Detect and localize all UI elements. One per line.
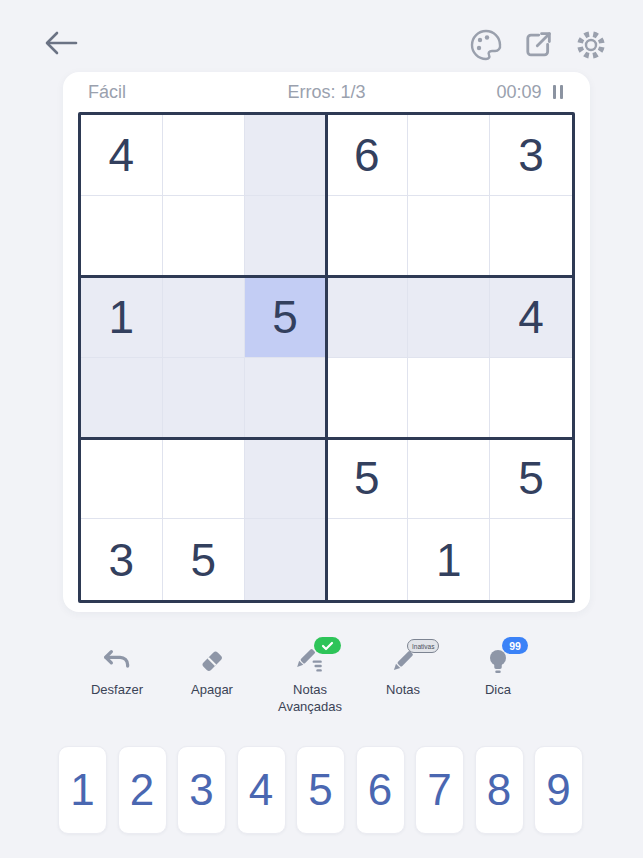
cell-r4c4[interactable] [327, 358, 409, 439]
tool-label: Dica [485, 681, 511, 698]
cell-r4c3[interactable] [245, 358, 327, 439]
game-card: Fácil Erros: 1/3 00:09 46315455351 [63, 72, 590, 612]
cell-r3c2[interactable] [163, 277, 245, 358]
cell-r3c5[interactable] [408, 277, 490, 358]
sudoku-board: 46315455351 [78, 112, 575, 603]
back-arrow-icon [42, 28, 80, 58]
share-button[interactable] [521, 28, 555, 62]
key-4[interactable]: 4 [237, 746, 286, 834]
cell-r1c1[interactable]: 4 [81, 115, 163, 196]
cell-r4c6[interactable] [490, 358, 572, 439]
cell-r5c6[interactable]: 5 [490, 438, 572, 519]
cell-r1c5[interactable] [408, 115, 490, 196]
key-1[interactable]: 1 [58, 746, 107, 834]
tool-label: Notas [386, 681, 420, 698]
difficulty-label: Fácil [88, 82, 126, 103]
key-8[interactable]: 8 [475, 746, 524, 834]
cell-r4c1[interactable] [81, 358, 163, 439]
desfazer-button[interactable]: Desfazer [62, 646, 172, 698]
cell-r4c2[interactable] [163, 358, 245, 439]
theme-button[interactable] [468, 27, 504, 63]
cell-r2c5[interactable] [408, 196, 490, 277]
key-5[interactable]: 5 [296, 746, 345, 834]
key-7[interactable]: 7 [415, 746, 464, 834]
palette-icon [468, 27, 504, 63]
cell-r3c3[interactable]: 5 [245, 277, 327, 358]
settings-button[interactable] [572, 26, 610, 64]
cell-r3c1[interactable]: 1 [81, 277, 163, 358]
cell-r2c2[interactable] [163, 196, 245, 277]
tool-label: Apagar [191, 681, 233, 698]
cell-r1c4[interactable]: 6 [327, 115, 409, 196]
share-icon [521, 28, 555, 62]
badge-99: 99 [502, 637, 528, 654]
cell-r2c6[interactable] [490, 196, 572, 277]
cell-r1c2[interactable] [163, 115, 245, 196]
cell-r2c1[interactable] [81, 196, 163, 277]
cell-r5c3[interactable] [245, 438, 327, 519]
pause-button[interactable] [551, 83, 566, 101]
cell-r6c3[interactable] [245, 519, 327, 600]
cell-r1c3[interactable] [245, 115, 327, 196]
cell-r2c4[interactable] [327, 196, 409, 277]
cell-r6c6[interactable] [490, 519, 572, 600]
cell-r6c4[interactable] [327, 519, 409, 600]
gear-icon [572, 26, 610, 64]
back-button[interactable] [42, 28, 80, 58]
number-keypad: 123456789 [58, 746, 583, 834]
cell-r6c1[interactable]: 3 [81, 519, 163, 600]
cell-r2c3[interactable] [245, 196, 327, 277]
badge-check [314, 637, 341, 654]
pause-icon [553, 85, 557, 99]
tool-label: Notas Avançadas [267, 681, 353, 715]
cell-r5c5[interactable] [408, 438, 490, 519]
notas-button[interactable]: InativasNotas [348, 646, 458, 698]
badge-Inativas: Inativas [407, 639, 439, 653]
key-9[interactable]: 9 [534, 746, 583, 834]
timer-label: 00:09 [496, 82, 541, 103]
cell-r5c1[interactable] [81, 438, 163, 519]
cell-r1c6[interactable]: 3 [490, 115, 572, 196]
undo-icon [102, 646, 132, 676]
cell-r5c4[interactable]: 5 [327, 438, 409, 519]
cell-r4c5[interactable] [408, 358, 490, 439]
status-bar: Fácil Erros: 1/3 00:09 [63, 72, 590, 112]
key-3[interactable]: 3 [177, 746, 226, 834]
key-2[interactable]: 2 [118, 746, 167, 834]
dica-button[interactable]: 99Dica [443, 646, 553, 698]
cell-r6c2[interactable]: 5 [163, 519, 245, 600]
cell-r6c5[interactable]: 1 [408, 519, 490, 600]
apagar-button[interactable]: Apagar [157, 646, 267, 698]
eraser-icon [197, 646, 227, 676]
tool-label: Desfazer [91, 681, 143, 698]
cell-r3c6[interactable]: 4 [490, 277, 572, 358]
key-6[interactable]: 6 [356, 746, 405, 834]
errors-label: Erros: 1/3 [287, 82, 365, 103]
cell-r5c2[interactable] [163, 438, 245, 519]
cell-r3c4[interactable] [327, 277, 409, 358]
toolbar: DesfazerApagarNotas AvançadasInativasNot… [0, 646, 643, 726]
